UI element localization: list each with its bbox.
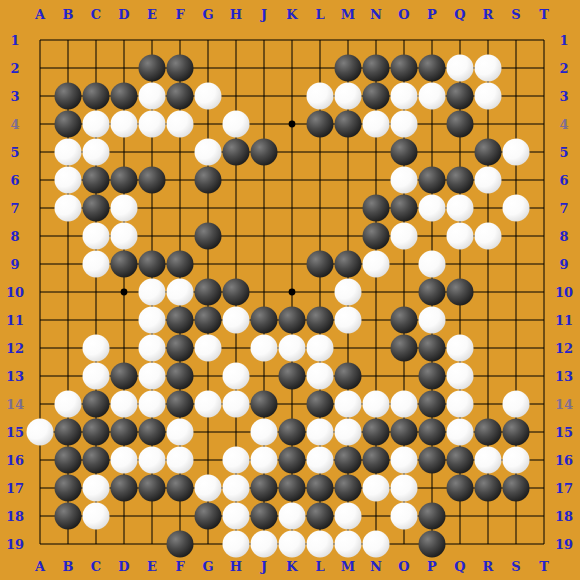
black-stone-K16 (279, 447, 306, 474)
black-stone-B4 (55, 111, 82, 138)
black-stone-J14 (251, 391, 278, 418)
row-label-left-15: 15 (6, 426, 24, 439)
row-label-right-3: 3 (559, 90, 568, 103)
black-stone-D3 (111, 83, 138, 110)
white-stone-J15 (251, 419, 278, 446)
black-stone-M17 (335, 475, 362, 502)
black-stone-D15 (111, 419, 138, 446)
black-stone-H10 (223, 279, 250, 306)
black-stone-F2 (167, 55, 194, 82)
black-stone-J18 (251, 503, 278, 530)
white-stone-C4 (83, 111, 110, 138)
col-label-bottom-C: C (91, 560, 101, 573)
row-label-left-7: 7 (10, 202, 19, 215)
white-stone-E14 (139, 391, 166, 418)
white-stone-R16 (475, 447, 502, 474)
black-stone-L11 (307, 307, 334, 334)
black-stone-P16 (419, 447, 446, 474)
white-stone-B5 (55, 139, 82, 166)
white-stone-G12 (195, 335, 222, 362)
white-stone-O6 (391, 167, 418, 194)
white-stone-R6 (475, 167, 502, 194)
col-label-bottom-M: M (341, 560, 355, 573)
col-label-bottom-O: O (398, 560, 409, 573)
row-label-right-5: 5 (559, 146, 568, 159)
white-stone-L16 (307, 447, 334, 474)
white-stone-M15 (335, 419, 362, 446)
white-stone-C8 (83, 223, 110, 250)
row-label-left-1: 1 (10, 34, 19, 47)
col-label-top-Q: Q (454, 8, 465, 21)
black-stone-M16 (335, 447, 362, 474)
black-stone-B18 (55, 503, 82, 530)
col-label-bottom-L: L (315, 560, 324, 573)
row-label-right-14: 14 (555, 398, 573, 411)
black-stone-F11 (167, 307, 194, 334)
white-stone-H4 (223, 111, 250, 138)
white-stone-O16 (391, 447, 418, 474)
black-stone-B17 (55, 475, 82, 502)
row-label-left-6: 6 (10, 174, 19, 187)
white-stone-G17 (195, 475, 222, 502)
white-stone-O3 (391, 83, 418, 110)
white-stone-J12 (251, 335, 278, 362)
col-label-top-D: D (118, 8, 129, 21)
col-label-top-C: C (91, 8, 101, 21)
row-label-right-17: 17 (555, 482, 573, 495)
col-label-top-B: B (63, 8, 74, 21)
row-label-right-4: 4 (559, 118, 568, 131)
white-stone-R2 (475, 55, 502, 82)
row-label-left-4: 4 (10, 118, 19, 131)
white-stone-G14 (195, 391, 222, 418)
col-label-bottom-G: G (202, 560, 213, 573)
black-stone-P6 (419, 167, 446, 194)
white-stone-L3 (307, 83, 334, 110)
white-stone-C12 (83, 335, 110, 362)
black-stone-C3 (83, 83, 110, 110)
row-label-left-18: 18 (6, 510, 24, 523)
white-stone-Q7 (447, 195, 474, 222)
row-label-right-11: 11 (555, 314, 573, 327)
black-stone-Q10 (447, 279, 474, 306)
white-stone-D4 (111, 111, 138, 138)
white-stone-S5 (503, 139, 530, 166)
black-stone-P10 (419, 279, 446, 306)
white-stone-M19 (335, 531, 362, 558)
black-stone-M13 (335, 363, 362, 390)
white-stone-P7 (419, 195, 446, 222)
white-stone-B6 (55, 167, 82, 194)
black-stone-L4 (307, 111, 334, 138)
white-stone-D16 (111, 447, 138, 474)
row-label-left-16: 16 (6, 454, 24, 467)
col-label-bottom-P: P (427, 560, 437, 573)
black-stone-B15 (55, 419, 82, 446)
black-stone-L14 (307, 391, 334, 418)
col-label-bottom-E: E (147, 560, 157, 573)
white-stone-D14 (111, 391, 138, 418)
white-stone-Q12 (447, 335, 474, 362)
white-stone-B7 (55, 195, 82, 222)
black-stone-N8 (363, 223, 390, 250)
white-stone-D8 (111, 223, 138, 250)
white-stone-K18 (279, 503, 306, 530)
white-stone-S16 (503, 447, 530, 474)
black-stone-C14 (83, 391, 110, 418)
white-stone-C17 (83, 475, 110, 502)
black-stone-P18 (419, 503, 446, 530)
black-stone-K13 (279, 363, 306, 390)
white-stone-N17 (363, 475, 390, 502)
row-label-right-8: 8 (559, 230, 568, 243)
white-stone-R8 (475, 223, 502, 250)
white-stone-L13 (307, 363, 334, 390)
col-label-bottom-J: J (261, 560, 267, 573)
col-label-bottom-T: T (539, 560, 549, 573)
white-stone-N14 (363, 391, 390, 418)
col-label-bottom-D: D (118, 560, 129, 573)
row-label-right-1: 1 (559, 34, 568, 47)
white-stone-A15 (27, 419, 54, 446)
white-stone-N19 (363, 531, 390, 558)
black-stone-F9 (167, 251, 194, 278)
row-label-right-18: 18 (555, 510, 573, 523)
white-stone-M3 (335, 83, 362, 110)
black-stone-J17 (251, 475, 278, 502)
black-stone-N15 (363, 419, 390, 446)
black-stone-P13 (419, 363, 446, 390)
black-stone-J11 (251, 307, 278, 334)
black-stone-M9 (335, 251, 362, 278)
col-label-bottom-A: A (35, 560, 45, 573)
white-stone-C18 (83, 503, 110, 530)
white-stone-O4 (391, 111, 418, 138)
col-label-top-L: L (315, 8, 324, 21)
white-stone-P3 (419, 83, 446, 110)
col-label-top-O: O (398, 8, 409, 21)
white-stone-H13 (223, 363, 250, 390)
white-stone-F15 (167, 419, 194, 446)
black-stone-J5 (251, 139, 278, 166)
white-stone-C13 (83, 363, 110, 390)
black-stone-O2 (391, 55, 418, 82)
row-label-left-19: 19 (6, 538, 24, 551)
white-stone-D7 (111, 195, 138, 222)
black-stone-E9 (139, 251, 166, 278)
white-stone-J16 (251, 447, 278, 474)
black-stone-Q17 (447, 475, 474, 502)
black-stone-D13 (111, 363, 138, 390)
white-stone-E4 (139, 111, 166, 138)
black-stone-K11 (279, 307, 306, 334)
black-stone-D17 (111, 475, 138, 502)
black-stone-E2 (139, 55, 166, 82)
col-label-bottom-H: H (230, 560, 242, 573)
black-stone-R17 (475, 475, 502, 502)
col-label-top-M: M (341, 8, 355, 21)
row-label-left-10: 10 (6, 286, 24, 299)
black-stone-B3 (55, 83, 82, 110)
col-label-bottom-Q: Q (454, 560, 465, 573)
white-stone-H17 (223, 475, 250, 502)
black-stone-L18 (307, 503, 334, 530)
white-stone-H11 (223, 307, 250, 334)
black-stone-F19 (167, 531, 194, 558)
black-stone-K17 (279, 475, 306, 502)
white-stone-K19 (279, 531, 306, 558)
col-label-top-G: G (202, 8, 213, 21)
black-stone-H5 (223, 139, 250, 166)
col-label-top-P: P (427, 8, 437, 21)
white-stone-R3 (475, 83, 502, 110)
col-label-top-E: E (147, 8, 157, 21)
black-stone-Q6 (447, 167, 474, 194)
col-label-top-F: F (175, 8, 184, 21)
black-stone-G18 (195, 503, 222, 530)
col-label-bottom-N: N (370, 560, 382, 573)
white-stone-O8 (391, 223, 418, 250)
white-stone-E10 (139, 279, 166, 306)
white-stone-E3 (139, 83, 166, 110)
black-stone-F12 (167, 335, 194, 362)
black-stone-G11 (195, 307, 222, 334)
black-stone-N7 (363, 195, 390, 222)
white-stone-G3 (195, 83, 222, 110)
row-label-left-14: 14 (6, 398, 24, 411)
black-stone-S17 (503, 475, 530, 502)
black-stone-N2 (363, 55, 390, 82)
black-stone-Q4 (447, 111, 474, 138)
white-stone-Q13 (447, 363, 474, 390)
col-label-bottom-B: B (63, 560, 74, 573)
white-stone-P9 (419, 251, 446, 278)
black-stone-E17 (139, 475, 166, 502)
white-stone-Q14 (447, 391, 474, 418)
row-label-right-9: 9 (559, 258, 568, 271)
white-stone-Q8 (447, 223, 474, 250)
row-label-right-2: 2 (559, 62, 568, 75)
black-stone-D6 (111, 167, 138, 194)
black-stone-P19 (419, 531, 446, 558)
black-stone-O7 (391, 195, 418, 222)
go-board-screen: AABBCCDDEEFFGGHHJJKKLLMMNNOOPPQQRRSSTT11… (0, 0, 580, 580)
col-label-bottom-S: S (511, 560, 520, 573)
row-label-right-19: 19 (555, 538, 573, 551)
col-label-top-N: N (370, 8, 382, 21)
row-label-right-16: 16 (555, 454, 573, 467)
white-stone-B14 (55, 391, 82, 418)
black-stone-P2 (419, 55, 446, 82)
white-stone-P11 (419, 307, 446, 334)
col-label-bottom-K: K (286, 560, 297, 573)
black-stone-B16 (55, 447, 82, 474)
col-label-top-K: K (286, 8, 297, 21)
col-label-top-T: T (539, 8, 549, 21)
white-stone-Q15 (447, 419, 474, 446)
white-stone-O14 (391, 391, 418, 418)
black-stone-D9 (111, 251, 138, 278)
black-stone-C6 (83, 167, 110, 194)
col-label-top-A: A (35, 8, 45, 21)
black-stone-F13 (167, 363, 194, 390)
white-stone-S14 (503, 391, 530, 418)
col-label-bottom-R: R (483, 560, 494, 573)
white-stone-H16 (223, 447, 250, 474)
white-stone-J19 (251, 531, 278, 558)
row-label-left-9: 9 (10, 258, 19, 271)
row-label-left-11: 11 (6, 314, 24, 327)
star-point (121, 289, 128, 296)
black-stone-F3 (167, 83, 194, 110)
black-stone-C16 (83, 447, 110, 474)
black-stone-O15 (391, 419, 418, 446)
black-stone-L17 (307, 475, 334, 502)
black-stone-K15 (279, 419, 306, 446)
row-label-left-5: 5 (10, 146, 19, 159)
white-stone-H14 (223, 391, 250, 418)
col-label-top-H: H (230, 8, 242, 21)
col-label-bottom-F: F (175, 560, 184, 573)
white-stone-H19 (223, 531, 250, 558)
white-stone-C9 (83, 251, 110, 278)
white-stone-C5 (83, 139, 110, 166)
row-label-left-3: 3 (10, 90, 19, 103)
black-stone-R15 (475, 419, 502, 446)
black-stone-M4 (335, 111, 362, 138)
black-stone-M2 (335, 55, 362, 82)
row-label-right-12: 12 (555, 342, 573, 355)
white-stone-L15 (307, 419, 334, 446)
white-stone-M14 (335, 391, 362, 418)
white-stone-L12 (307, 335, 334, 362)
col-label-top-S: S (511, 8, 520, 21)
black-stone-F14 (167, 391, 194, 418)
white-stone-E12 (139, 335, 166, 362)
col-label-top-R: R (483, 8, 494, 21)
white-stone-E11 (139, 307, 166, 334)
white-stone-S7 (503, 195, 530, 222)
star-point (289, 289, 296, 296)
row-label-right-10: 10 (555, 286, 573, 299)
white-stone-M10 (335, 279, 362, 306)
black-stone-C15 (83, 419, 110, 446)
row-label-left-12: 12 (6, 342, 24, 355)
black-stone-N3 (363, 83, 390, 110)
white-stone-K12 (279, 335, 306, 362)
white-stone-M18 (335, 503, 362, 530)
row-label-right-7: 7 (559, 202, 568, 215)
row-label-right-13: 13 (555, 370, 573, 383)
black-stone-C7 (83, 195, 110, 222)
black-stone-G6 (195, 167, 222, 194)
black-stone-E15 (139, 419, 166, 446)
white-stone-N9 (363, 251, 390, 278)
row-label-left-13: 13 (6, 370, 24, 383)
black-stone-Q3 (447, 83, 474, 110)
black-stone-F17 (167, 475, 194, 502)
black-stone-O5 (391, 139, 418, 166)
white-stone-H18 (223, 503, 250, 530)
white-stone-O17 (391, 475, 418, 502)
black-stone-O11 (391, 307, 418, 334)
row-label-left-8: 8 (10, 230, 19, 243)
black-stone-P12 (419, 335, 446, 362)
row-label-left-17: 17 (6, 482, 24, 495)
white-stone-G5 (195, 139, 222, 166)
black-stone-G10 (195, 279, 222, 306)
white-stone-M11 (335, 307, 362, 334)
row-label-left-2: 2 (10, 62, 19, 75)
black-stone-Q16 (447, 447, 474, 474)
white-stone-Q2 (447, 55, 474, 82)
black-stone-E6 (139, 167, 166, 194)
black-stone-N16 (363, 447, 390, 474)
black-stone-P15 (419, 419, 446, 446)
white-stone-N4 (363, 111, 390, 138)
white-stone-F16 (167, 447, 194, 474)
black-stone-P14 (419, 391, 446, 418)
star-point (289, 121, 296, 128)
black-stone-G8 (195, 223, 222, 250)
row-label-right-15: 15 (555, 426, 573, 439)
white-stone-O18 (391, 503, 418, 530)
white-stone-E16 (139, 447, 166, 474)
black-stone-L9 (307, 251, 334, 278)
white-stone-F10 (167, 279, 194, 306)
white-stone-L19 (307, 531, 334, 558)
white-stone-F4 (167, 111, 194, 138)
row-label-right-6: 6 (559, 174, 568, 187)
black-stone-S15 (503, 419, 530, 446)
col-label-top-J: J (261, 8, 267, 21)
black-stone-R5 (475, 139, 502, 166)
black-stone-O12 (391, 335, 418, 362)
white-stone-E13 (139, 363, 166, 390)
